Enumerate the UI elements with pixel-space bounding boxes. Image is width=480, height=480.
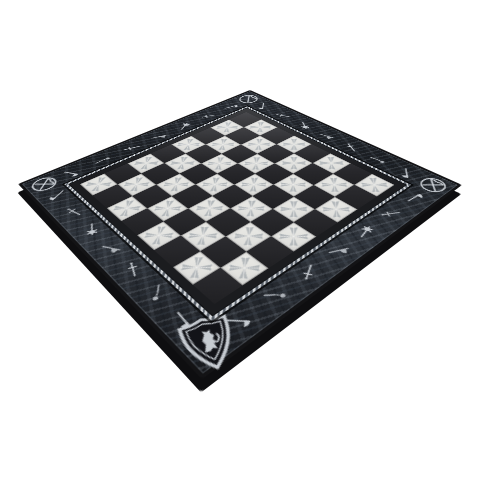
axe-icon <box>401 189 427 205</box>
flail-icon <box>141 281 173 307</box>
sword-icon <box>59 203 90 221</box>
mace-icon <box>80 221 103 239</box>
axe-icon <box>46 189 70 203</box>
frame-weapon-ornament <box>141 281 173 307</box>
frame-weapon-ornament <box>95 239 128 258</box>
flail-icon <box>259 282 293 308</box>
sword-icon <box>377 206 406 222</box>
frame-weapon-ornament <box>323 241 355 261</box>
frame-weapon-ornament <box>46 189 70 203</box>
frame-weapon-ornament <box>119 259 148 282</box>
frame-weapon-ornament <box>377 206 406 222</box>
mace-icon <box>350 221 381 241</box>
frame-weapon-ornament <box>350 221 381 241</box>
chess-board <box>18 90 462 379</box>
halberd-icon <box>95 239 128 258</box>
frame-weapon-ornament <box>401 189 427 205</box>
halberd-icon <box>323 241 355 261</box>
sword-icon <box>119 259 148 282</box>
frame-weapon-ornament <box>59 203 90 221</box>
frame-weapon-ornament <box>294 121 315 131</box>
frame-weapon-ornament <box>293 261 323 283</box>
product-photo-stage <box>0 0 480 480</box>
frame-weapon-ornament <box>259 282 293 308</box>
sword-icon <box>293 261 323 283</box>
frame-weapon-ornament <box>80 221 103 239</box>
mace-icon <box>294 121 315 131</box>
